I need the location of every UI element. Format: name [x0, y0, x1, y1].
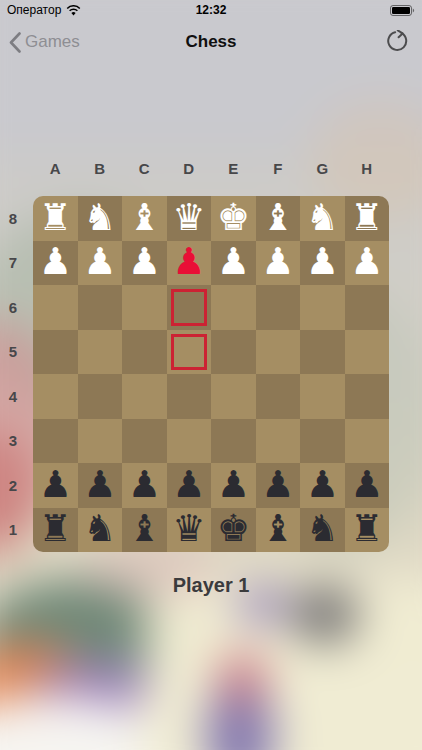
- rank-label-2: 2: [0, 463, 26, 508]
- navigation-bar: Games Chess: [0, 20, 422, 64]
- square-g3[interactable]: [300, 419, 345, 464]
- piece-black-pawn: ♟: [306, 466, 339, 503]
- piece-black-bishop: ♝: [128, 510, 161, 547]
- square-e2[interactable]: ♟: [211, 463, 256, 508]
- piece-black-pawn: ♟: [128, 466, 161, 503]
- piece-white-pawn-selected: ♟: [172, 243, 205, 280]
- square-f7[interactable]: ♟: [256, 241, 301, 286]
- square-a5[interactable]: [33, 330, 78, 375]
- piece-white-rook: ♜: [39, 199, 72, 236]
- square-e4[interactable]: [211, 374, 256, 419]
- square-b8[interactable]: ♞: [78, 196, 123, 241]
- square-d7[interactable]: ♟: [167, 241, 212, 286]
- piece-black-rook: ♜: [350, 510, 383, 547]
- square-b4[interactable]: [78, 374, 123, 419]
- file-label-h: H: [345, 160, 390, 182]
- square-a6[interactable]: [33, 285, 78, 330]
- rank-label-3: 3: [0, 419, 26, 464]
- square-h2[interactable]: ♟: [345, 463, 390, 508]
- square-c3[interactable]: [122, 419, 167, 464]
- piece-black-pawn: ♟: [83, 466, 116, 503]
- square-h3[interactable]: [345, 419, 390, 464]
- square-h1[interactable]: ♜: [345, 508, 390, 553]
- square-h7[interactable]: ♟: [345, 241, 390, 286]
- rank-label-4: 4: [0, 374, 26, 419]
- square-h8[interactable]: ♜: [345, 196, 390, 241]
- piece-white-pawn: ♟: [217, 243, 250, 280]
- file-label-e: E: [211, 160, 256, 182]
- square-f4[interactable]: [256, 374, 301, 419]
- piece-white-pawn: ♟: [128, 243, 161, 280]
- piece-black-pawn: ♟: [172, 466, 205, 503]
- square-a2[interactable]: ♟: [33, 463, 78, 508]
- piece-white-bishop: ♝: [128, 199, 161, 236]
- square-c1[interactable]: ♝: [122, 508, 167, 553]
- file-label-c: C: [122, 160, 167, 182]
- square-g8[interactable]: ♞: [300, 196, 345, 241]
- square-b7[interactable]: ♟: [78, 241, 123, 286]
- file-labels: ABCDEFGH: [33, 160, 389, 182]
- square-c6[interactable]: [122, 285, 167, 330]
- square-d6[interactable]: [167, 285, 212, 330]
- square-d4[interactable]: [167, 374, 212, 419]
- square-a7[interactable]: ♟: [33, 241, 78, 286]
- piece-black-pawn: ♟: [261, 466, 294, 503]
- square-f6[interactable]: [256, 285, 301, 330]
- move-hint-d5: [171, 334, 208, 371]
- page-title: Chess: [0, 32, 422, 52]
- square-g6[interactable]: [300, 285, 345, 330]
- file-label-d: D: [167, 160, 212, 182]
- square-f5[interactable]: [256, 330, 301, 375]
- refresh-icon: [387, 30, 410, 54]
- current-player-label: Player 1: [0, 574, 422, 597]
- square-f1[interactable]: ♝: [256, 508, 301, 553]
- piece-black-queen: ♛: [172, 510, 205, 547]
- square-a8[interactable]: ♜: [33, 196, 78, 241]
- square-c2[interactable]: ♟: [122, 463, 167, 508]
- square-a3[interactable]: [33, 419, 78, 464]
- square-e1[interactable]: ♚: [211, 508, 256, 553]
- piece-white-bishop: ♝: [261, 199, 294, 236]
- battery-icon: [390, 5, 415, 16]
- piece-white-queen: ♛: [172, 199, 205, 236]
- piece-white-king: ♚: [217, 199, 250, 236]
- square-d3[interactable]: [167, 419, 212, 464]
- square-e6[interactable]: [211, 285, 256, 330]
- file-label-f: F: [256, 160, 301, 182]
- rank-labels: 87654321: [0, 196, 26, 552]
- square-e8[interactable]: ♚: [211, 196, 256, 241]
- file-label-g: G: [300, 160, 345, 182]
- clock: 12:32: [0, 3, 422, 17]
- square-g2[interactable]: ♟: [300, 463, 345, 508]
- piece-white-knight: ♞: [83, 199, 116, 236]
- status-bar: Оператор 12:32: [0, 0, 422, 20]
- square-b3[interactable]: [78, 419, 123, 464]
- chess-board: ♜♞♝♛♚♝♞♜♟♟♟♟♟♟♟♟♟♟♟♟♟♟♟♟♜♞♝♛♚♝♞♜: [33, 196, 389, 552]
- square-b2[interactable]: ♟: [78, 463, 123, 508]
- square-g4[interactable]: [300, 374, 345, 419]
- square-c8[interactable]: ♝: [122, 196, 167, 241]
- square-d8[interactable]: ♛: [167, 196, 212, 241]
- square-f3[interactable]: [256, 419, 301, 464]
- square-d2[interactable]: ♟: [167, 463, 212, 508]
- piece-black-king: ♚: [217, 510, 250, 547]
- piece-white-pawn: ♟: [83, 243, 116, 280]
- square-f2[interactable]: ♟: [256, 463, 301, 508]
- square-g5[interactable]: [300, 330, 345, 375]
- file-label-b: B: [78, 160, 123, 182]
- piece-black-rook: ♜: [39, 510, 72, 547]
- piece-white-knight: ♞: [306, 199, 339, 236]
- piece-black-knight: ♞: [83, 510, 116, 547]
- rank-label-6: 6: [0, 285, 26, 330]
- square-e3[interactable]: [211, 419, 256, 464]
- piece-white-pawn: ♟: [39, 243, 72, 280]
- piece-white-rook: ♜: [350, 199, 383, 236]
- square-h5[interactable]: [345, 330, 390, 375]
- square-f8[interactable]: ♝: [256, 196, 301, 241]
- square-e7[interactable]: ♟: [211, 241, 256, 286]
- square-c7[interactable]: ♟: [122, 241, 167, 286]
- piece-white-pawn: ♟: [306, 243, 339, 280]
- square-b5[interactable]: [78, 330, 123, 375]
- piece-black-bishop: ♝: [261, 510, 294, 547]
- square-c5[interactable]: [122, 330, 167, 375]
- square-h6[interactable]: [345, 285, 390, 330]
- square-g1[interactable]: ♞: [300, 508, 345, 553]
- square-h4[interactable]: [345, 374, 390, 419]
- square-a4[interactable]: [33, 374, 78, 419]
- rank-label-5: 5: [0, 330, 26, 375]
- file-label-a: A: [33, 160, 78, 182]
- rank-label-1: 1: [0, 508, 26, 553]
- piece-black-pawn: ♟: [39, 466, 72, 503]
- piece-black-knight: ♞: [306, 510, 339, 547]
- piece-white-pawn: ♟: [350, 243, 383, 280]
- square-e5[interactable]: [211, 330, 256, 375]
- rank-label-7: 7: [0, 241, 26, 286]
- square-a1[interactable]: ♜: [33, 508, 78, 553]
- square-c4[interactable]: [122, 374, 167, 419]
- refresh-button[interactable]: [387, 30, 422, 54]
- square-d1[interactable]: ♛: [167, 508, 212, 553]
- piece-black-pawn: ♟: [217, 466, 250, 503]
- move-hint-d6: [171, 289, 208, 326]
- piece-black-pawn: ♟: [350, 466, 383, 503]
- square-g7[interactable]: ♟: [300, 241, 345, 286]
- square-d5[interactable]: [167, 330, 212, 375]
- square-b1[interactable]: ♞: [78, 508, 123, 553]
- rank-label-8: 8: [0, 196, 26, 241]
- square-b6[interactable]: [78, 285, 123, 330]
- piece-white-pawn: ♟: [261, 243, 294, 280]
